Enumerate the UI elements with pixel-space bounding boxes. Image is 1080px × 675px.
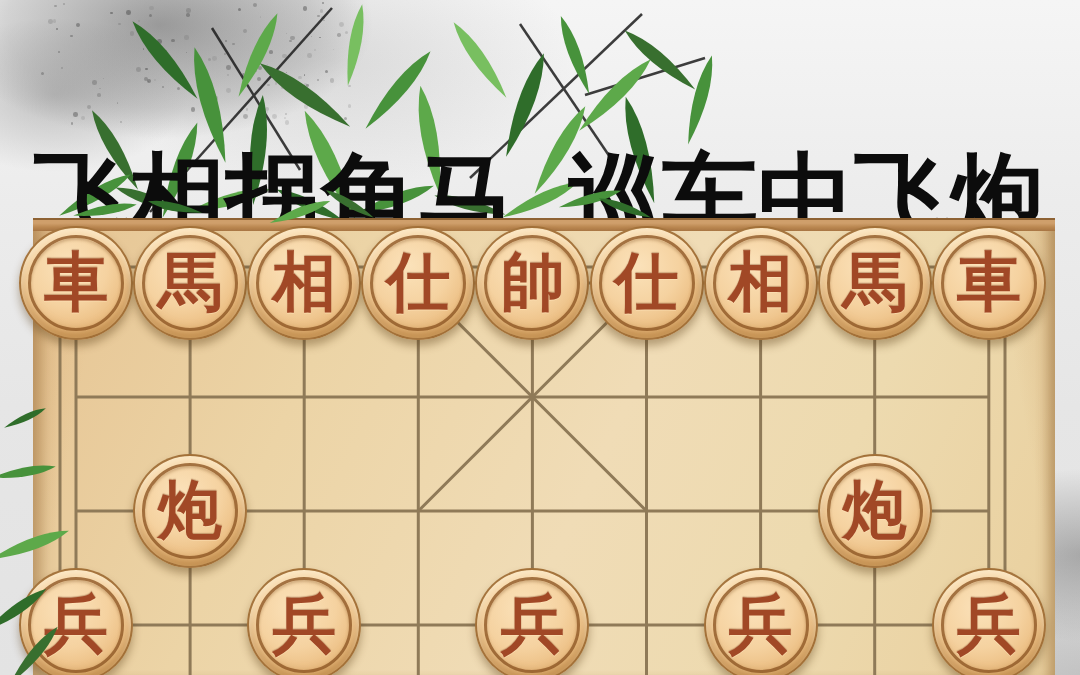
ink-speck xyxy=(97,93,101,97)
ink-speck xyxy=(285,113,287,115)
piece-red-soldier[interactable]: 兵 xyxy=(932,568,1046,675)
ink-speck xyxy=(267,84,269,86)
ink-speck xyxy=(226,88,231,93)
ink-speck xyxy=(286,72,287,73)
ink-speck xyxy=(103,78,105,80)
piece-label: 相 xyxy=(272,250,336,314)
ink-speck xyxy=(148,81,149,82)
ink-speck xyxy=(136,67,141,72)
ink-speck xyxy=(339,22,344,27)
ink-speck xyxy=(314,49,316,51)
ink-speck xyxy=(232,43,234,45)
ink-speck xyxy=(284,117,286,119)
ink-speck xyxy=(56,28,58,30)
ink-speck xyxy=(138,20,140,22)
ink-speck xyxy=(325,70,328,73)
ink-speck xyxy=(319,37,320,38)
ink-speck xyxy=(58,51,60,53)
ink-speck xyxy=(149,6,153,10)
ink-speck xyxy=(281,86,284,89)
ink-speck xyxy=(307,53,312,58)
piece-label: 帥 xyxy=(500,250,564,314)
ink-speck xyxy=(252,54,257,59)
ink-speck xyxy=(266,111,268,113)
ink-speck xyxy=(73,112,77,116)
piece-red-elephant[interactable]: 相 xyxy=(704,226,818,340)
ink-speck xyxy=(224,53,226,55)
ink-speck xyxy=(215,96,219,100)
ink-speck xyxy=(311,36,312,37)
ink-speck xyxy=(267,64,268,65)
piece-red-soldier[interactable]: 兵 xyxy=(704,568,818,675)
ink-speck xyxy=(321,16,325,20)
ink-speck xyxy=(171,39,174,42)
ink-speck xyxy=(253,3,257,7)
ink-speck xyxy=(110,12,112,14)
ink-speck xyxy=(147,79,151,83)
piece-red-horse[interactable]: 馬 xyxy=(133,226,247,340)
ink-speck xyxy=(149,14,152,17)
ink-speck xyxy=(282,54,286,58)
ink-speck xyxy=(144,77,148,81)
ink-speck xyxy=(130,31,134,35)
piece-label: 仕 xyxy=(386,250,450,314)
piece-red-soldier[interactable]: 兵 xyxy=(475,568,589,675)
piece-red-horse[interactable]: 馬 xyxy=(818,226,932,340)
piece-red-general[interactable]: 帥 xyxy=(475,226,589,340)
ink-speck xyxy=(345,31,349,35)
ink-speck xyxy=(184,35,188,39)
ink-speck xyxy=(99,88,100,89)
ink-speck xyxy=(289,40,292,43)
piece-label: 相 xyxy=(729,250,793,314)
ink-speck xyxy=(330,78,335,83)
ink-speck xyxy=(154,79,157,82)
ink-speck xyxy=(333,49,334,50)
ink-speck xyxy=(71,122,73,124)
ink-speck xyxy=(202,96,204,98)
piece-red-advisor[interactable]: 仕 xyxy=(361,226,475,340)
ink-speck xyxy=(257,77,261,81)
ink-speck xyxy=(227,74,228,75)
ink-speck xyxy=(81,116,85,120)
ink-speck xyxy=(225,40,227,42)
ink-speck xyxy=(238,8,242,12)
ink-speck xyxy=(348,85,350,87)
ink-speck xyxy=(53,19,57,23)
ink-speck xyxy=(126,10,131,15)
piece-label: 兵 xyxy=(44,592,108,656)
ink-speck xyxy=(226,65,231,70)
piece-label: 炮 xyxy=(158,478,222,542)
piece-label: 馬 xyxy=(843,250,907,314)
piece-red-chariot[interactable]: 車 xyxy=(932,226,1046,340)
ink-speck xyxy=(48,19,53,24)
piece-label: 仕 xyxy=(615,250,679,314)
ink-speck xyxy=(41,72,44,75)
ink-speck xyxy=(61,67,63,69)
ink-speck xyxy=(260,16,262,18)
ink-speck xyxy=(348,104,352,108)
ink-speck xyxy=(317,15,320,18)
ink-speck xyxy=(145,68,147,70)
ink-speck xyxy=(322,2,324,4)
ink-speck xyxy=(70,35,73,38)
piece-label: 炮 xyxy=(843,478,907,542)
piece-red-elephant[interactable]: 相 xyxy=(247,226,361,340)
ink-speck xyxy=(186,52,187,53)
ink-speck xyxy=(303,6,307,10)
ink-speck xyxy=(337,33,341,37)
ink-speck xyxy=(166,50,167,51)
piece-label: 車 xyxy=(44,250,108,314)
piece-label: 兵 xyxy=(729,592,793,656)
ink-speck xyxy=(143,48,144,49)
ink-speck xyxy=(191,107,195,111)
piece-label: 馬 xyxy=(158,250,222,314)
piece-label: 兵 xyxy=(500,592,564,656)
page-root: 飞相拐角马 巡车中飞炮 xyxy=(0,0,1080,675)
piece-red-soldier[interactable]: 兵 xyxy=(247,568,361,675)
ink-speck xyxy=(118,23,121,26)
ink-speck xyxy=(306,84,309,87)
ink-speck xyxy=(243,114,248,119)
ink-speck xyxy=(275,82,278,85)
ink-speck xyxy=(351,65,355,69)
ink-speck xyxy=(298,76,301,79)
ink-speck xyxy=(92,80,96,84)
ink-speck xyxy=(208,58,211,61)
ink-speck xyxy=(304,104,308,108)
ink-speck xyxy=(286,33,287,34)
piece-red-soldier[interactable]: 兵 xyxy=(19,568,133,675)
ink-speck xyxy=(317,79,319,81)
ink-speck xyxy=(162,86,165,89)
ink-speck xyxy=(290,36,295,41)
ink-speck xyxy=(304,83,307,86)
ink-speck xyxy=(304,74,305,75)
ink-speck xyxy=(87,105,91,109)
ink-speck xyxy=(272,114,277,119)
ink-speck xyxy=(246,108,248,110)
piece-red-advisor[interactable]: 仕 xyxy=(590,226,704,340)
piece-label: 兵 xyxy=(957,592,1021,656)
ink-speck xyxy=(117,102,119,104)
ink-speck xyxy=(344,117,347,120)
ink-speck xyxy=(151,39,154,42)
ink-speck xyxy=(63,3,65,5)
piece-red-cannon[interactable]: 炮 xyxy=(133,454,247,568)
ink-speck xyxy=(214,124,217,127)
piece-label: 兵 xyxy=(272,592,336,656)
ink-speck xyxy=(243,29,247,33)
ink-speck xyxy=(265,107,269,111)
ink-speck xyxy=(120,121,122,123)
piece-red-chariot[interactable]: 車 xyxy=(19,226,133,340)
ink-speck xyxy=(242,73,245,76)
ink-speck xyxy=(186,13,190,17)
ink-speck xyxy=(196,52,198,54)
ink-speck xyxy=(177,87,181,91)
ink-speck xyxy=(269,50,273,54)
piece-label: 車 xyxy=(957,250,1021,314)
ink-speck xyxy=(256,70,258,72)
ink-speck xyxy=(320,9,324,13)
ink-speck xyxy=(76,23,80,27)
ink-speck xyxy=(54,5,56,7)
ink-speck xyxy=(212,56,217,61)
ink-speck xyxy=(258,66,262,70)
ink-wash-decoration xyxy=(0,0,560,150)
piece-red-cannon[interactable]: 炮 xyxy=(818,454,932,568)
ink-speck xyxy=(285,120,289,124)
ink-speck xyxy=(157,39,162,44)
ink-speck xyxy=(186,8,191,13)
ink-speck xyxy=(323,20,324,21)
